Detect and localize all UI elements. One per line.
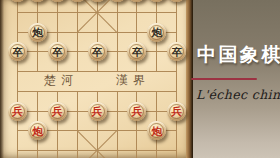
piece-black-advisor[interactable]: 士 — [68, 0, 87, 2]
piece-black-soldier[interactable]: 卒 — [8, 42, 27, 61]
piece-black-soldier[interactable]: 卒 — [48, 42, 67, 61]
piece-character: 兵 — [8, 102, 27, 121]
piece-black-chariot[interactable]: 車 — [167, 0, 186, 2]
piece-black-elephant[interactable]: 象 — [48, 0, 67, 2]
piece-character: 炮 — [28, 23, 47, 42]
piece-character: 炮 — [147, 23, 166, 42]
piece-black-chariot[interactable]: 車 — [8, 0, 27, 2]
piece-red-soldier[interactable]: 兵 — [88, 102, 107, 121]
river-label-han: 漢界 — [116, 73, 150, 87]
piece-character: 車 — [8, 0, 27, 2]
piece-red-soldier[interactable]: 兵 — [127, 102, 146, 121]
file-line — [77, 91, 78, 158]
piece-character: 卒 — [167, 42, 186, 61]
app-title: 中国象棋 — [197, 42, 280, 68]
piece-red-cannon[interactable]: 炮 — [28, 121, 47, 140]
side-panel: 中国象棋 L'échec chinois — [193, 0, 280, 158]
piece-character: 卒 — [88, 42, 107, 61]
piece-black-soldier[interactable]: 卒 — [167, 42, 186, 61]
piece-black-advisor[interactable]: 士 — [108, 0, 127, 2]
piece-black-horse[interactable]: 馬 — [28, 0, 47, 2]
piece-character: 卒 — [127, 42, 146, 61]
piece-character: 炮 — [147, 121, 166, 140]
piece-character: 卒 — [48, 42, 67, 61]
piece-character: 車 — [167, 0, 186, 2]
piece-black-general[interactable]: 將 — [88, 0, 107, 2]
piece-black-soldier[interactable]: 卒 — [88, 42, 107, 61]
piece-character: 士 — [68, 0, 87, 2]
app-subtitle: L'échec chinois — [196, 87, 280, 102]
piece-black-horse[interactable]: 馬 — [147, 0, 166, 2]
piece-character: 馬 — [147, 0, 166, 2]
file-line — [17, 0, 18, 158]
piece-red-soldier[interactable]: 兵 — [167, 102, 186, 121]
piece-character: 象 — [127, 0, 146, 2]
piece-character: 士 — [108, 0, 127, 2]
piece-character: 卒 — [8, 42, 27, 61]
piece-character: 兵 — [167, 102, 186, 121]
piece-character: 將 — [88, 0, 107, 2]
piece-character: 兵 — [127, 102, 146, 121]
board-grid[interactable]: 楚河 漢界 車馬象士將士象馬車炮炮卒卒卒卒卒兵兵兵兵兵炮炮 — [0, 0, 186, 158]
piece-character: 馬 — [28, 0, 47, 2]
xiangqi-splash-screen: 楚河 漢界 車馬象士將士象馬車炮炮卒卒卒卒卒兵兵兵兵兵炮炮 中国象棋 L'éch… — [0, 0, 280, 158]
file-line — [117, 0, 118, 72]
piece-red-cannon[interactable]: 炮 — [147, 121, 166, 140]
piece-red-soldier[interactable]: 兵 — [48, 102, 67, 121]
file-line — [176, 0, 177, 158]
piece-black-cannon[interactable]: 炮 — [28, 23, 47, 42]
piece-red-soldier[interactable]: 兵 — [8, 102, 27, 121]
piece-character: 兵 — [88, 102, 107, 121]
accent-divider — [191, 78, 257, 80]
piece-character: 炮 — [28, 121, 47, 140]
piece-character: 象 — [48, 0, 67, 2]
piece-black-elephant[interactable]: 象 — [127, 0, 146, 2]
piece-black-cannon[interactable]: 炮 — [147, 23, 166, 42]
file-line — [77, 0, 78, 72]
xiangqi-board: 楚河 漢界 車馬象士將士象馬車炮炮卒卒卒卒卒兵兵兵兵兵炮炮 — [0, 0, 193, 158]
river-label-chu: 楚河 — [44, 73, 78, 87]
piece-character: 兵 — [48, 102, 67, 121]
piece-black-soldier[interactable]: 卒 — [127, 42, 146, 61]
file-line — [117, 91, 118, 158]
